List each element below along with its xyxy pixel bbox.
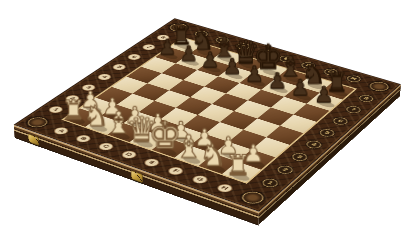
- black-pawn: ♟: [299, 84, 347, 106]
- chess-board: ABCDEFGH ABCDEFGH 87654321 87654321 ♜♞♝♛…: [14, 18, 401, 211]
- coordinate-label: F: [165, 165, 186, 176]
- coordinate-label: 7: [344, 105, 363, 115]
- coordinate-label: A: [51, 126, 71, 136]
- product-photo-scene: ABCDEFGH ABCDEFGH 87654321 87654321 ♜♞♝♛…: [0, 0, 416, 229]
- coordinate-label: 4: [304, 139, 324, 149]
- coordinate-label: 8: [357, 94, 376, 103]
- corner-rosette-icon: [238, 190, 267, 206]
- corner-rosette-icon: [24, 116, 51, 130]
- coordinate-label: D: [118, 149, 139, 160]
- coordinate-label: C: [96, 141, 117, 152]
- coordinate-label: 6: [125, 53, 143, 62]
- white-rook: ♜: [211, 151, 263, 179]
- coordinate-label: E: [142, 157, 163, 168]
- coordinate-label: 3: [289, 152, 309, 163]
- coordinate-label: 5: [317, 128, 337, 138]
- corner-rosette-icon: [367, 80, 392, 92]
- coordinate-label: 5: [110, 63, 129, 72]
- coordinate-label: H: [214, 182, 235, 194]
- board-top-face: ABCDEFGH ABCDEFGH 87654321 87654321 ♜♞♝♛…: [14, 18, 401, 211]
- coordinate-label: B: [73, 134, 93, 144]
- coordinate-label: 6: [331, 116, 350, 126]
- brass-latch-icon: [27, 133, 39, 146]
- coordinate-label: G: [189, 174, 210, 185]
- coordinate-label: 4: [95, 73, 114, 82]
